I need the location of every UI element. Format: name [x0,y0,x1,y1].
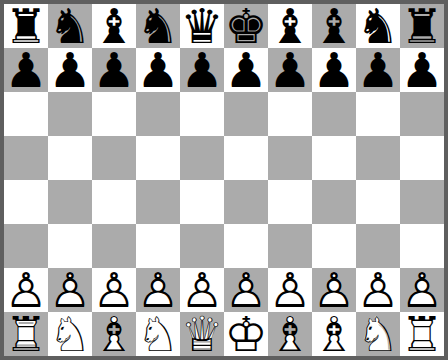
black-pawn[interactable]: ♟ [180,48,224,92]
piece-glyph: ♟ [92,48,136,92]
square-i4[interactable] [356,180,400,224]
square-f7[interactable]: ♟ [224,48,268,92]
white-queen[interactable]: ♛♕ [180,312,224,356]
square-b6[interactable] [48,92,92,136]
square-g6[interactable] [268,92,312,136]
piece-glyph: ♟ [136,48,180,92]
square-i7[interactable]: ♟ [356,48,400,92]
piece-glyph: ♟ [180,48,224,92]
square-c1[interactable]: ♝♗ [92,312,136,356]
square-b4[interactable] [48,180,92,224]
white-rook[interactable]: ♜♖ [4,312,48,356]
square-j1[interactable]: ♜♖ [400,312,444,356]
square-d7[interactable]: ♟ [136,48,180,92]
black-pawn[interactable]: ♟ [356,48,400,92]
black-pawn[interactable]: ♟ [268,48,312,92]
white-knight[interactable]: ♞♘ [48,312,92,356]
black-pawn[interactable]: ♟ [400,48,444,92]
white-knight[interactable]: ♞♘ [136,312,180,356]
piece-outline: ♖ [400,312,444,356]
square-g4[interactable] [268,180,312,224]
white-king[interactable]: ♚♔ [224,312,268,356]
square-d1[interactable]: ♞♘ [136,312,180,356]
square-h5[interactable] [312,136,356,180]
piece-glyph: ♟ [48,48,92,92]
square-i1[interactable]: ♞♘ [356,312,400,356]
chess-board-frame: ♜♞♝♞♛♚♝♝♞♜♟♟♟♟♟♟♟♟♟♟♟♙♟♙♟♙♟♙♟♙♟♙♟♙♟♙♟♙♟♙… [0,0,448,360]
white-rook[interactable]: ♜♖ [400,312,444,356]
square-j6[interactable] [400,92,444,136]
square-d5[interactable] [136,136,180,180]
square-g5[interactable] [268,136,312,180]
square-d4[interactable] [136,180,180,224]
piece-glyph: ♟ [400,48,444,92]
piece-outline: ♕ [180,312,224,356]
square-a6[interactable] [4,92,48,136]
square-h6[interactable] [312,92,356,136]
square-b1[interactable]: ♞♘ [48,312,92,356]
piece-glyph: ♟ [312,48,356,92]
square-g1[interactable]: ♝♗ [268,312,312,356]
square-f1[interactable]: ♚♔ [224,312,268,356]
square-c6[interactable] [92,92,136,136]
piece-outline: ♘ [356,312,400,356]
square-h7[interactable]: ♟ [312,48,356,92]
square-g7[interactable]: ♟ [268,48,312,92]
piece-glyph: ♟ [224,48,268,92]
square-c7[interactable]: ♟ [92,48,136,92]
piece-outline: ♖ [4,312,48,356]
white-knight[interactable]: ♞♘ [356,312,400,356]
piece-outline: ♗ [312,312,356,356]
square-b7[interactable]: ♟ [48,48,92,92]
piece-outline: ♔ [224,312,268,356]
square-f5[interactable] [224,136,268,180]
piece-outline: ♘ [136,312,180,356]
square-h1[interactable]: ♝♗ [312,312,356,356]
square-j7[interactable]: ♟ [400,48,444,92]
black-pawn[interactable]: ♟ [224,48,268,92]
square-j5[interactable] [400,136,444,180]
square-c5[interactable] [92,136,136,180]
white-bishop[interactable]: ♝♗ [92,312,136,356]
piece-glyph: ♟ [4,48,48,92]
square-e1[interactable]: ♛♕ [180,312,224,356]
square-a5[interactable] [4,136,48,180]
square-b5[interactable] [48,136,92,180]
square-e6[interactable] [180,92,224,136]
square-j4[interactable] [400,180,444,224]
square-a4[interactable] [4,180,48,224]
black-pawn[interactable]: ♟ [4,48,48,92]
piece-outline: ♘ [48,312,92,356]
square-d6[interactable] [136,92,180,136]
piece-glyph: ♟ [356,48,400,92]
piece-outline: ♗ [268,312,312,356]
black-pawn[interactable]: ♟ [312,48,356,92]
black-pawn[interactable]: ♟ [136,48,180,92]
square-f6[interactable] [224,92,268,136]
chess-board[interactable]: ♜♞♝♞♛♚♝♝♞♜♟♟♟♟♟♟♟♟♟♟♟♙♟♙♟♙♟♙♟♙♟♙♟♙♟♙♟♙♟♙… [4,4,444,356]
square-a7[interactable]: ♟ [4,48,48,92]
piece-outline: ♗ [92,312,136,356]
white-bishop[interactable]: ♝♗ [312,312,356,356]
square-a1[interactable]: ♜♖ [4,312,48,356]
square-i5[interactable] [356,136,400,180]
square-i6[interactable] [356,92,400,136]
square-f4[interactable] [224,180,268,224]
black-pawn[interactable]: ♟ [92,48,136,92]
black-pawn[interactable]: ♟ [48,48,92,92]
square-c4[interactable] [92,180,136,224]
square-e4[interactable] [180,180,224,224]
piece-glyph: ♟ [268,48,312,92]
square-h4[interactable] [312,180,356,224]
square-e7[interactable]: ♟ [180,48,224,92]
square-e5[interactable] [180,136,224,180]
white-bishop[interactable]: ♝♗ [268,312,312,356]
